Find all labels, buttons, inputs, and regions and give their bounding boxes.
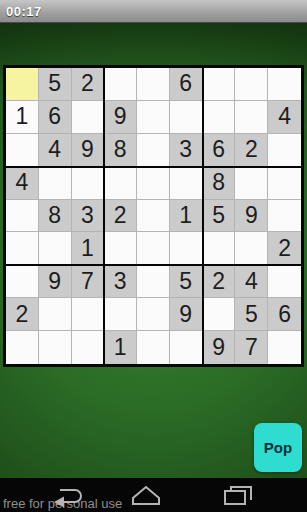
sudoku-cell-r2c4[interactable]	[137, 134, 170, 167]
sudoku-cell-r1c3[interactable]: 9	[104, 101, 137, 134]
sudoku-cell-r7c8[interactable]: 6	[268, 298, 301, 331]
sudoku-cell-r1c0[interactable]: 1	[6, 101, 39, 134]
sudoku-cell-r3c4[interactable]	[137, 167, 170, 200]
sudoku-cell-r5c4[interactable]	[137, 232, 170, 265]
sudoku-cell-r4c0[interactable]	[6, 200, 39, 233]
sudoku-cell-r2c2[interactable]: 9	[72, 134, 105, 167]
sudoku-cell-r4c7[interactable]: 9	[235, 200, 268, 233]
sudoku-cell-r3c1[interactable]	[39, 167, 72, 200]
sudoku-cell-r1c4[interactable]	[137, 101, 170, 134]
sudoku-cell-r0c0[interactable]	[6, 68, 39, 101]
sudoku-cell-r6c5[interactable]: 5	[170, 265, 203, 298]
sudoku-cell-r7c3[interactable]	[104, 298, 137, 331]
box-divider-vertical-2	[202, 68, 204, 364]
sudoku-cell-r3c5[interactable]	[170, 167, 203, 200]
sudoku-cell-r8c2[interactable]	[72, 331, 105, 364]
sudoku-cell-r4c2[interactable]: 3	[72, 200, 105, 233]
sudoku-cell-r6c6[interactable]: 2	[203, 265, 236, 298]
sudoku-cell-r4c5[interactable]: 1	[170, 200, 203, 233]
box-divider-horizontal-1	[6, 166, 301, 168]
sudoku-cell-r8c0[interactable]	[6, 331, 39, 364]
sudoku-cell-r5c6[interactable]	[203, 232, 236, 265]
sudoku-cell-r5c2[interactable]: 1	[72, 232, 105, 265]
sudoku-cell-r0c6[interactable]	[203, 68, 236, 101]
sudoku-cell-r3c2[interactable]	[72, 167, 105, 200]
sudoku-cell-r1c6[interactable]	[203, 101, 236, 134]
android-nav-bar: free for personal use	[0, 478, 307, 512]
sudoku-cell-r8c7[interactable]: 7	[235, 331, 268, 364]
sudoku-cell-r7c2[interactable]	[72, 298, 105, 331]
sudoku-cell-r1c8[interactable]: 4	[268, 101, 301, 134]
sudoku-cell-r3c8[interactable]	[268, 167, 301, 200]
sudoku-cell-r2c5[interactable]: 3	[170, 134, 203, 167]
sudoku-cell-r1c1[interactable]: 6	[39, 101, 72, 134]
sudoku-cell-r5c3[interactable]	[104, 232, 137, 265]
sudoku-cell-r1c2[interactable]	[72, 101, 105, 134]
sudoku-cell-r6c7[interactable]: 4	[235, 265, 268, 298]
sudoku-cell-r3c0[interactable]: 4	[6, 167, 39, 200]
sudoku-cell-r6c0[interactable]	[6, 265, 39, 298]
sudoku-cell-r8c8[interactable]	[268, 331, 301, 364]
sudoku-cell-r5c5[interactable]	[170, 232, 203, 265]
sudoku-cell-r2c8[interactable]	[268, 134, 301, 167]
sudoku-cell-r7c4[interactable]	[137, 298, 170, 331]
sudoku-cell-r7c0[interactable]: 2	[6, 298, 39, 331]
sudoku-cell-r2c7[interactable]: 2	[235, 134, 268, 167]
sudoku-cell-r5c0[interactable]	[6, 232, 39, 265]
sudoku-cell-r2c0[interactable]	[6, 134, 39, 167]
sudoku-cell-r6c2[interactable]: 7	[72, 265, 105, 298]
sudoku-grid: 526169449836248832159129735242956197	[6, 68, 301, 364]
sudoku-cell-r2c3[interactable]: 8	[104, 134, 137, 167]
sudoku-cell-r3c3[interactable]	[104, 167, 137, 200]
sudoku-cell-r1c7[interactable]	[235, 101, 268, 134]
back-icon[interactable]	[50, 483, 86, 509]
sudoku-cell-r0c7[interactable]	[235, 68, 268, 101]
sudoku-board: 526169449836248832159129735242956197	[3, 65, 304, 367]
sudoku-cell-r2c1[interactable]: 4	[39, 134, 72, 167]
phone-screen: 00:17 5261694498362488321591297352429561…	[0, 0, 307, 512]
sudoku-cell-r8c5[interactable]	[170, 331, 203, 364]
sudoku-cell-r2c6[interactable]: 6	[203, 134, 236, 167]
sudoku-cell-r7c5[interactable]: 9	[170, 298, 203, 331]
box-divider-vertical-1	[103, 68, 105, 364]
box-divider-horizontal-2	[6, 264, 301, 266]
home-icon[interactable]	[127, 483, 165, 507]
felt-background: 526169449836248832159129735242956197 Pop	[0, 23, 307, 478]
sudoku-cell-r0c4[interactable]	[137, 68, 170, 101]
sudoku-cell-r5c8[interactable]: 2	[268, 232, 301, 265]
sudoku-cell-r6c8[interactable]	[268, 265, 301, 298]
sudoku-cell-r3c7[interactable]	[235, 167, 268, 200]
sudoku-cell-r6c4[interactable]	[137, 265, 170, 298]
sudoku-cell-r8c6[interactable]: 9	[203, 331, 236, 364]
sudoku-cell-r0c1[interactable]: 5	[39, 68, 72, 101]
sudoku-cell-r1c5[interactable]	[170, 101, 203, 134]
sudoku-cell-r4c4[interactable]	[137, 200, 170, 233]
sudoku-cell-r4c8[interactable]	[268, 200, 301, 233]
sudoku-cell-r7c1[interactable]	[39, 298, 72, 331]
sudoku-cell-r7c6[interactable]	[203, 298, 236, 331]
status-bar: 00:17	[0, 0, 307, 23]
sudoku-cell-r6c3[interactable]: 3	[104, 265, 137, 298]
sudoku-cell-r8c1[interactable]	[39, 331, 72, 364]
sudoku-cell-r4c3[interactable]: 2	[104, 200, 137, 233]
sudoku-cell-r5c7[interactable]	[235, 232, 268, 265]
sudoku-cell-r0c8[interactable]	[268, 68, 301, 101]
pop-button[interactable]: Pop	[254, 423, 302, 472]
timer-text: 00:17	[6, 4, 42, 19]
sudoku-cell-r8c4[interactable]	[137, 331, 170, 364]
sudoku-cell-r0c5[interactable]: 6	[170, 68, 203, 101]
sudoku-cell-r7c7[interactable]: 5	[235, 298, 268, 331]
sudoku-cell-r5c1[interactable]	[39, 232, 72, 265]
sudoku-cell-r4c1[interactable]: 8	[39, 200, 72, 233]
sudoku-cell-r8c3[interactable]: 1	[104, 331, 137, 364]
sudoku-cell-r0c3[interactable]	[104, 68, 137, 101]
recents-icon[interactable]	[220, 483, 256, 507]
sudoku-cell-r0c2[interactable]: 2	[72, 68, 105, 101]
sudoku-cell-r3c6[interactable]: 8	[203, 167, 236, 200]
sudoku-cell-r6c1[interactable]: 9	[39, 265, 72, 298]
sudoku-cell-r4c6[interactable]: 5	[203, 200, 236, 233]
